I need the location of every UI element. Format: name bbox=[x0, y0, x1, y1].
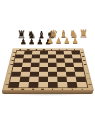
square-b1 bbox=[18, 82, 28, 88]
white-pawn-piece: ♟ bbox=[47, 37, 54, 45]
black-pawn-piece: ♟ bbox=[28, 38, 35, 46]
white-rook-piece: ♜ bbox=[79, 29, 88, 39]
white-pawn-piece: ♟ bbox=[55, 37, 62, 45]
product-photo-scene: ♜♞♝♚ ♟♟♟♟ ♛♝♞♜ ♟♟♟♟ bbox=[0, 0, 95, 126]
chess-board bbox=[2, 49, 94, 91]
square-c1 bbox=[28, 82, 38, 88]
square-e1 bbox=[48, 82, 58, 88]
black-pawn-piece: ♟ bbox=[36, 38, 43, 46]
chess-board-perspective-wrap bbox=[2, 49, 94, 91]
white-pawn-piece: ♟ bbox=[72, 37, 79, 45]
light-pieces-pawn-row: ♟♟♟♟ bbox=[47, 37, 78, 45]
square-h1 bbox=[76, 82, 87, 88]
square-a1 bbox=[8, 82, 19, 88]
board-drop-shadow bbox=[4, 93, 92, 96]
square-g1 bbox=[66, 82, 76, 88]
white-pawn-piece: ♟ bbox=[63, 37, 70, 45]
board-grid bbox=[8, 51, 86, 88]
square-f1 bbox=[57, 82, 67, 88]
black-pawn-piece: ♟ bbox=[20, 38, 27, 46]
border-coordinate-marks-top bbox=[17, 49, 79, 50]
square-d1 bbox=[38, 82, 48, 88]
